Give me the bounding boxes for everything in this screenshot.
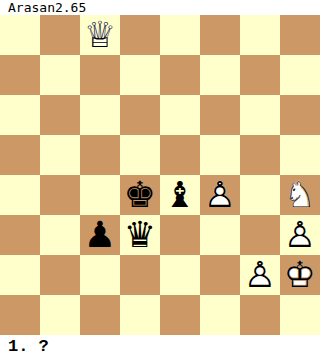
- square-e6[interactable]: [160, 95, 200, 135]
- square-d7[interactable]: [120, 55, 160, 95]
- piece-black-bishop[interactable]: ♝: [160, 175, 200, 215]
- square-f6[interactable]: [200, 95, 240, 135]
- square-g5[interactable]: [240, 135, 280, 175]
- square-f4[interactable]: ♟♙: [200, 175, 240, 215]
- move-prompt: 1. ?: [8, 338, 49, 356]
- square-h8[interactable]: [280, 15, 320, 55]
- square-b3[interactable]: [40, 215, 80, 255]
- piece-white-queen[interactable]: ♛♕: [80, 15, 120, 55]
- piece-white-king[interactable]: ♚♔: [280, 255, 320, 295]
- piece-black-pawn[interactable]: ♟: [80, 215, 120, 255]
- square-g8[interactable]: [240, 15, 280, 55]
- square-c8[interactable]: ♛♕: [80, 15, 120, 55]
- square-f8[interactable]: [200, 15, 240, 55]
- square-c3[interactable]: ♟: [80, 215, 120, 255]
- piece-black-queen[interactable]: ♛: [120, 215, 160, 255]
- square-h6[interactable]: [280, 95, 320, 135]
- white-knight-glyph: ♘: [280, 175, 320, 215]
- square-a3[interactable]: [0, 215, 40, 255]
- square-e2[interactable]: [160, 255, 200, 295]
- square-c6[interactable]: [80, 95, 120, 135]
- square-e8[interactable]: [160, 15, 200, 55]
- square-a2[interactable]: [0, 255, 40, 295]
- square-b7[interactable]: [40, 55, 80, 95]
- square-e5[interactable]: [160, 135, 200, 175]
- piece-white-knight[interactable]: ♞♘: [280, 175, 320, 215]
- white-queen-glyph: ♕: [80, 15, 120, 55]
- square-g7[interactable]: [240, 55, 280, 95]
- square-c5[interactable]: [80, 135, 120, 175]
- square-b2[interactable]: [40, 255, 80, 295]
- square-d3[interactable]: ♛: [120, 215, 160, 255]
- white-pawn-glyph: ♙: [240, 255, 280, 295]
- piece-white-pawn[interactable]: ♟♙: [240, 255, 280, 295]
- square-f1[interactable]: [200, 295, 240, 335]
- square-g1[interactable]: [240, 295, 280, 335]
- black-pawn-glyph: ♟: [80, 215, 120, 255]
- square-e3[interactable]: [160, 215, 200, 255]
- square-f3[interactable]: [200, 215, 240, 255]
- piece-white-pawn[interactable]: ♟♙: [200, 175, 240, 215]
- square-e1[interactable]: [160, 295, 200, 335]
- square-e7[interactable]: [160, 55, 200, 95]
- square-b5[interactable]: [40, 135, 80, 175]
- square-h2[interactable]: ♚♔: [280, 255, 320, 295]
- square-g6[interactable]: [240, 95, 280, 135]
- square-h7[interactable]: [280, 55, 320, 95]
- square-h4[interactable]: ♞♘: [280, 175, 320, 215]
- black-bishop-glyph: ♝: [160, 175, 200, 215]
- square-d6[interactable]: [120, 95, 160, 135]
- square-g4[interactable]: [240, 175, 280, 215]
- square-b8[interactable]: [40, 15, 80, 55]
- chess-board: ♛♕♚♝♟♙♞♘♟♛♟♙♟♙♚♔: [0, 15, 320, 335]
- square-a6[interactable]: [0, 95, 40, 135]
- square-a5[interactable]: [0, 135, 40, 175]
- square-e4[interactable]: ♝: [160, 175, 200, 215]
- square-h1[interactable]: [280, 295, 320, 335]
- square-d5[interactable]: [120, 135, 160, 175]
- square-h5[interactable]: [280, 135, 320, 175]
- square-a8[interactable]: [0, 15, 40, 55]
- square-c2[interactable]: [80, 255, 120, 295]
- engine-title: Arasan2.65: [8, 1, 86, 14]
- square-b4[interactable]: [40, 175, 80, 215]
- black-king-glyph: ♚: [120, 175, 160, 215]
- square-a1[interactable]: [0, 295, 40, 335]
- square-h3[interactable]: ♟♙: [280, 215, 320, 255]
- square-a7[interactable]: [0, 55, 40, 95]
- square-f2[interactable]: [200, 255, 240, 295]
- square-b6[interactable]: [40, 95, 80, 135]
- square-d8[interactable]: [120, 15, 160, 55]
- white-pawn-glyph: ♙: [280, 215, 320, 255]
- chess-gui-window: Arasan2.65 ♛♕♚♝♟♙♞♘♟♛♟♙♟♙♚♔ 1. ?: [0, 0, 320, 360]
- square-f5[interactable]: [200, 135, 240, 175]
- square-g2[interactable]: ♟♙: [240, 255, 280, 295]
- square-f7[interactable]: [200, 55, 240, 95]
- square-c4[interactable]: [80, 175, 120, 215]
- square-g3[interactable]: [240, 215, 280, 255]
- square-b1[interactable]: [40, 295, 80, 335]
- piece-white-pawn[interactable]: ♟♙: [280, 215, 320, 255]
- black-queen-glyph: ♛: [120, 215, 160, 255]
- square-c1[interactable]: [80, 295, 120, 335]
- square-d4[interactable]: ♚: [120, 175, 160, 215]
- square-d2[interactable]: [120, 255, 160, 295]
- square-d1[interactable]: [120, 295, 160, 335]
- white-pawn-glyph: ♙: [200, 175, 240, 215]
- square-c7[interactable]: [80, 55, 120, 95]
- square-a4[interactable]: [0, 175, 40, 215]
- white-king-glyph: ♔: [280, 255, 320, 295]
- piece-black-king[interactable]: ♚: [120, 175, 160, 215]
